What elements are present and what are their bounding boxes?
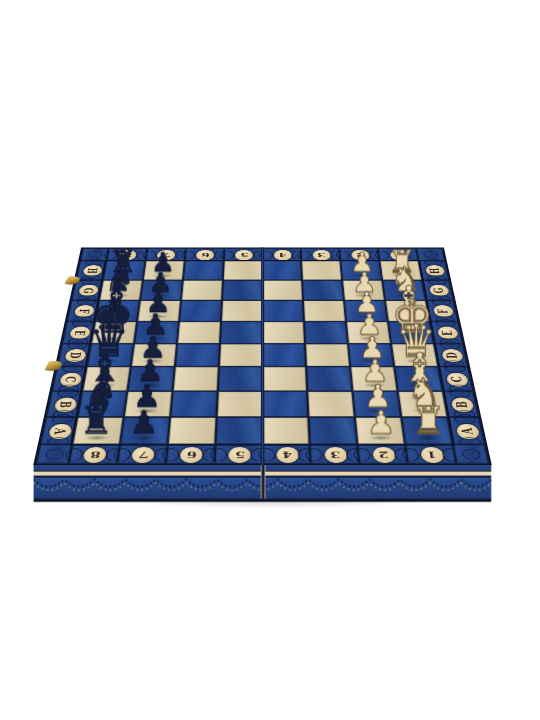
label-left-b: B — [46, 391, 82, 417]
square-c6[interactable] — [172, 367, 218, 392]
square-g4[interactable] — [263, 280, 304, 300]
label-right-c: C — [438, 367, 473, 392]
label-near-2: 2 — [358, 444, 408, 463]
coordinate-label: B — [449, 397, 476, 413]
label-left-a: A — [40, 417, 77, 444]
square-a1[interactable]: ♜ — [401, 417, 452, 444]
square-a8[interactable]: ♜ — [72, 417, 123, 444]
coordinate-label: A — [454, 423, 481, 440]
coordinate-label: 4 — [273, 249, 293, 260]
square-f3[interactable] — [303, 300, 346, 321]
square-g3[interactable] — [302, 280, 344, 300]
square-e3[interactable] — [304, 321, 348, 343]
square-e4[interactable] — [263, 321, 306, 343]
square-d4[interactable] — [263, 344, 307, 367]
coordinate-label: 2 — [370, 446, 397, 463]
square-b3[interactable] — [308, 391, 356, 417]
coordinate-label: 8 — [82, 446, 109, 463]
coordinate-label: C — [57, 372, 83, 387]
piece-black-rook-a8[interactable]: ♜ — [80, 403, 114, 439]
coordinate-label: H — [423, 265, 446, 277]
coordinate-label: 7 — [130, 446, 157, 463]
label-right-a: A — [448, 417, 485, 444]
fold-seam-front — [260, 464, 265, 499]
label-left-c: C — [52, 367, 87, 392]
board-scene: 87654321H♜♟♟♜HG♞♟♟♞GF♝♟♟♝FE♚♟♟♚ED♛♟♟♛DC♝… — [60, 141, 465, 546]
coordinate-label: 5 — [234, 249, 254, 260]
corner-ornament — [453, 444, 489, 463]
label-right-d: D — [434, 344, 468, 367]
square-b5[interactable] — [216, 391, 262, 417]
square-d6[interactable] — [175, 344, 220, 367]
square-b4[interactable] — [263, 391, 309, 417]
label-near-5: 5 — [214, 444, 262, 463]
label-far-5: 5 — [223, 248, 262, 261]
coordinate-label: E — [435, 326, 459, 339]
square-d5[interactable] — [219, 344, 263, 367]
square-a2[interactable]: ♟ — [355, 417, 405, 444]
square-e6[interactable] — [177, 321, 221, 343]
label-right-b: B — [443, 391, 479, 417]
square-g6[interactable] — [181, 280, 223, 300]
square-h5[interactable] — [223, 261, 263, 280]
brass-clasp-icon — [45, 360, 64, 371]
square-a3[interactable] — [309, 417, 358, 444]
board-front-edge — [34, 464, 492, 502]
label-near-4: 4 — [263, 444, 311, 463]
piece-black-pawn-a7[interactable]: ♟ — [130, 408, 159, 438]
label-left-d: D — [57, 344, 91, 367]
square-h6[interactable] — [183, 261, 224, 280]
square-a4[interactable] — [263, 417, 311, 444]
label-near-7: 7 — [117, 444, 167, 463]
piece-white-pawn-a2[interactable]: ♟ — [366, 408, 395, 438]
square-a5[interactable] — [215, 417, 263, 444]
label-near-3: 3 — [310, 444, 359, 463]
page-background: { "game": "chess", "position": { "fen": … — [0, 0, 540, 720]
coordinate-label: A — [46, 423, 73, 440]
coordinate-label: 3 — [323, 446, 349, 463]
square-c4[interactable] — [263, 367, 308, 392]
coordinate-label: 3 — [311, 249, 332, 260]
coordinate-label: D — [62, 349, 87, 363]
label-far-3: 3 — [301, 248, 341, 261]
square-e5[interactable] — [220, 321, 263, 343]
coordinate-label: 4 — [275, 446, 300, 463]
coordinate-label: D — [439, 349, 464, 363]
square-g5[interactable] — [222, 280, 263, 300]
label-far-6: 6 — [184, 248, 224, 261]
square-f6[interactable] — [179, 300, 222, 321]
coordinate-label: B — [52, 397, 79, 413]
product-photo-canvas: 87654321H♜♟♟♜HG♞♟♟♞GF♝♟♟♝FE♚♟♟♚ED♛♟♟♛DC♝… — [0, 0, 540, 720]
square-c5[interactable] — [217, 367, 262, 392]
square-c3[interactable] — [306, 367, 352, 392]
piece-white-rook-a1[interactable]: ♜ — [411, 403, 445, 439]
coordinate-label: C — [444, 372, 470, 387]
square-f4[interactable] — [263, 300, 305, 321]
coordinate-label: H — [81, 265, 104, 277]
chess-board: 87654321H♜♟♟♜HG♞♟♟♞GF♝♟♟♝FE♚♟♟♚ED♛♟♟♛DC♝… — [33, 247, 491, 465]
coordinate-label: 5 — [227, 446, 252, 463]
coordinate-label: 1 — [418, 446, 445, 463]
label-far-4: 4 — [263, 248, 302, 261]
coordinate-label: 6 — [195, 249, 216, 260]
square-b6[interactable] — [170, 391, 218, 417]
square-h4[interactable] — [263, 261, 303, 280]
label-near-8: 8 — [69, 444, 120, 463]
square-d3[interactable] — [305, 344, 350, 367]
square-h3[interactable] — [302, 261, 343, 280]
square-a6[interactable] — [167, 417, 216, 444]
square-a7[interactable]: ♟ — [120, 417, 170, 444]
square-f5[interactable] — [221, 300, 263, 321]
label-near-1: 1 — [405, 444, 456, 463]
coordinate-label: 6 — [179, 446, 205, 463]
label-near-6: 6 — [166, 444, 215, 463]
